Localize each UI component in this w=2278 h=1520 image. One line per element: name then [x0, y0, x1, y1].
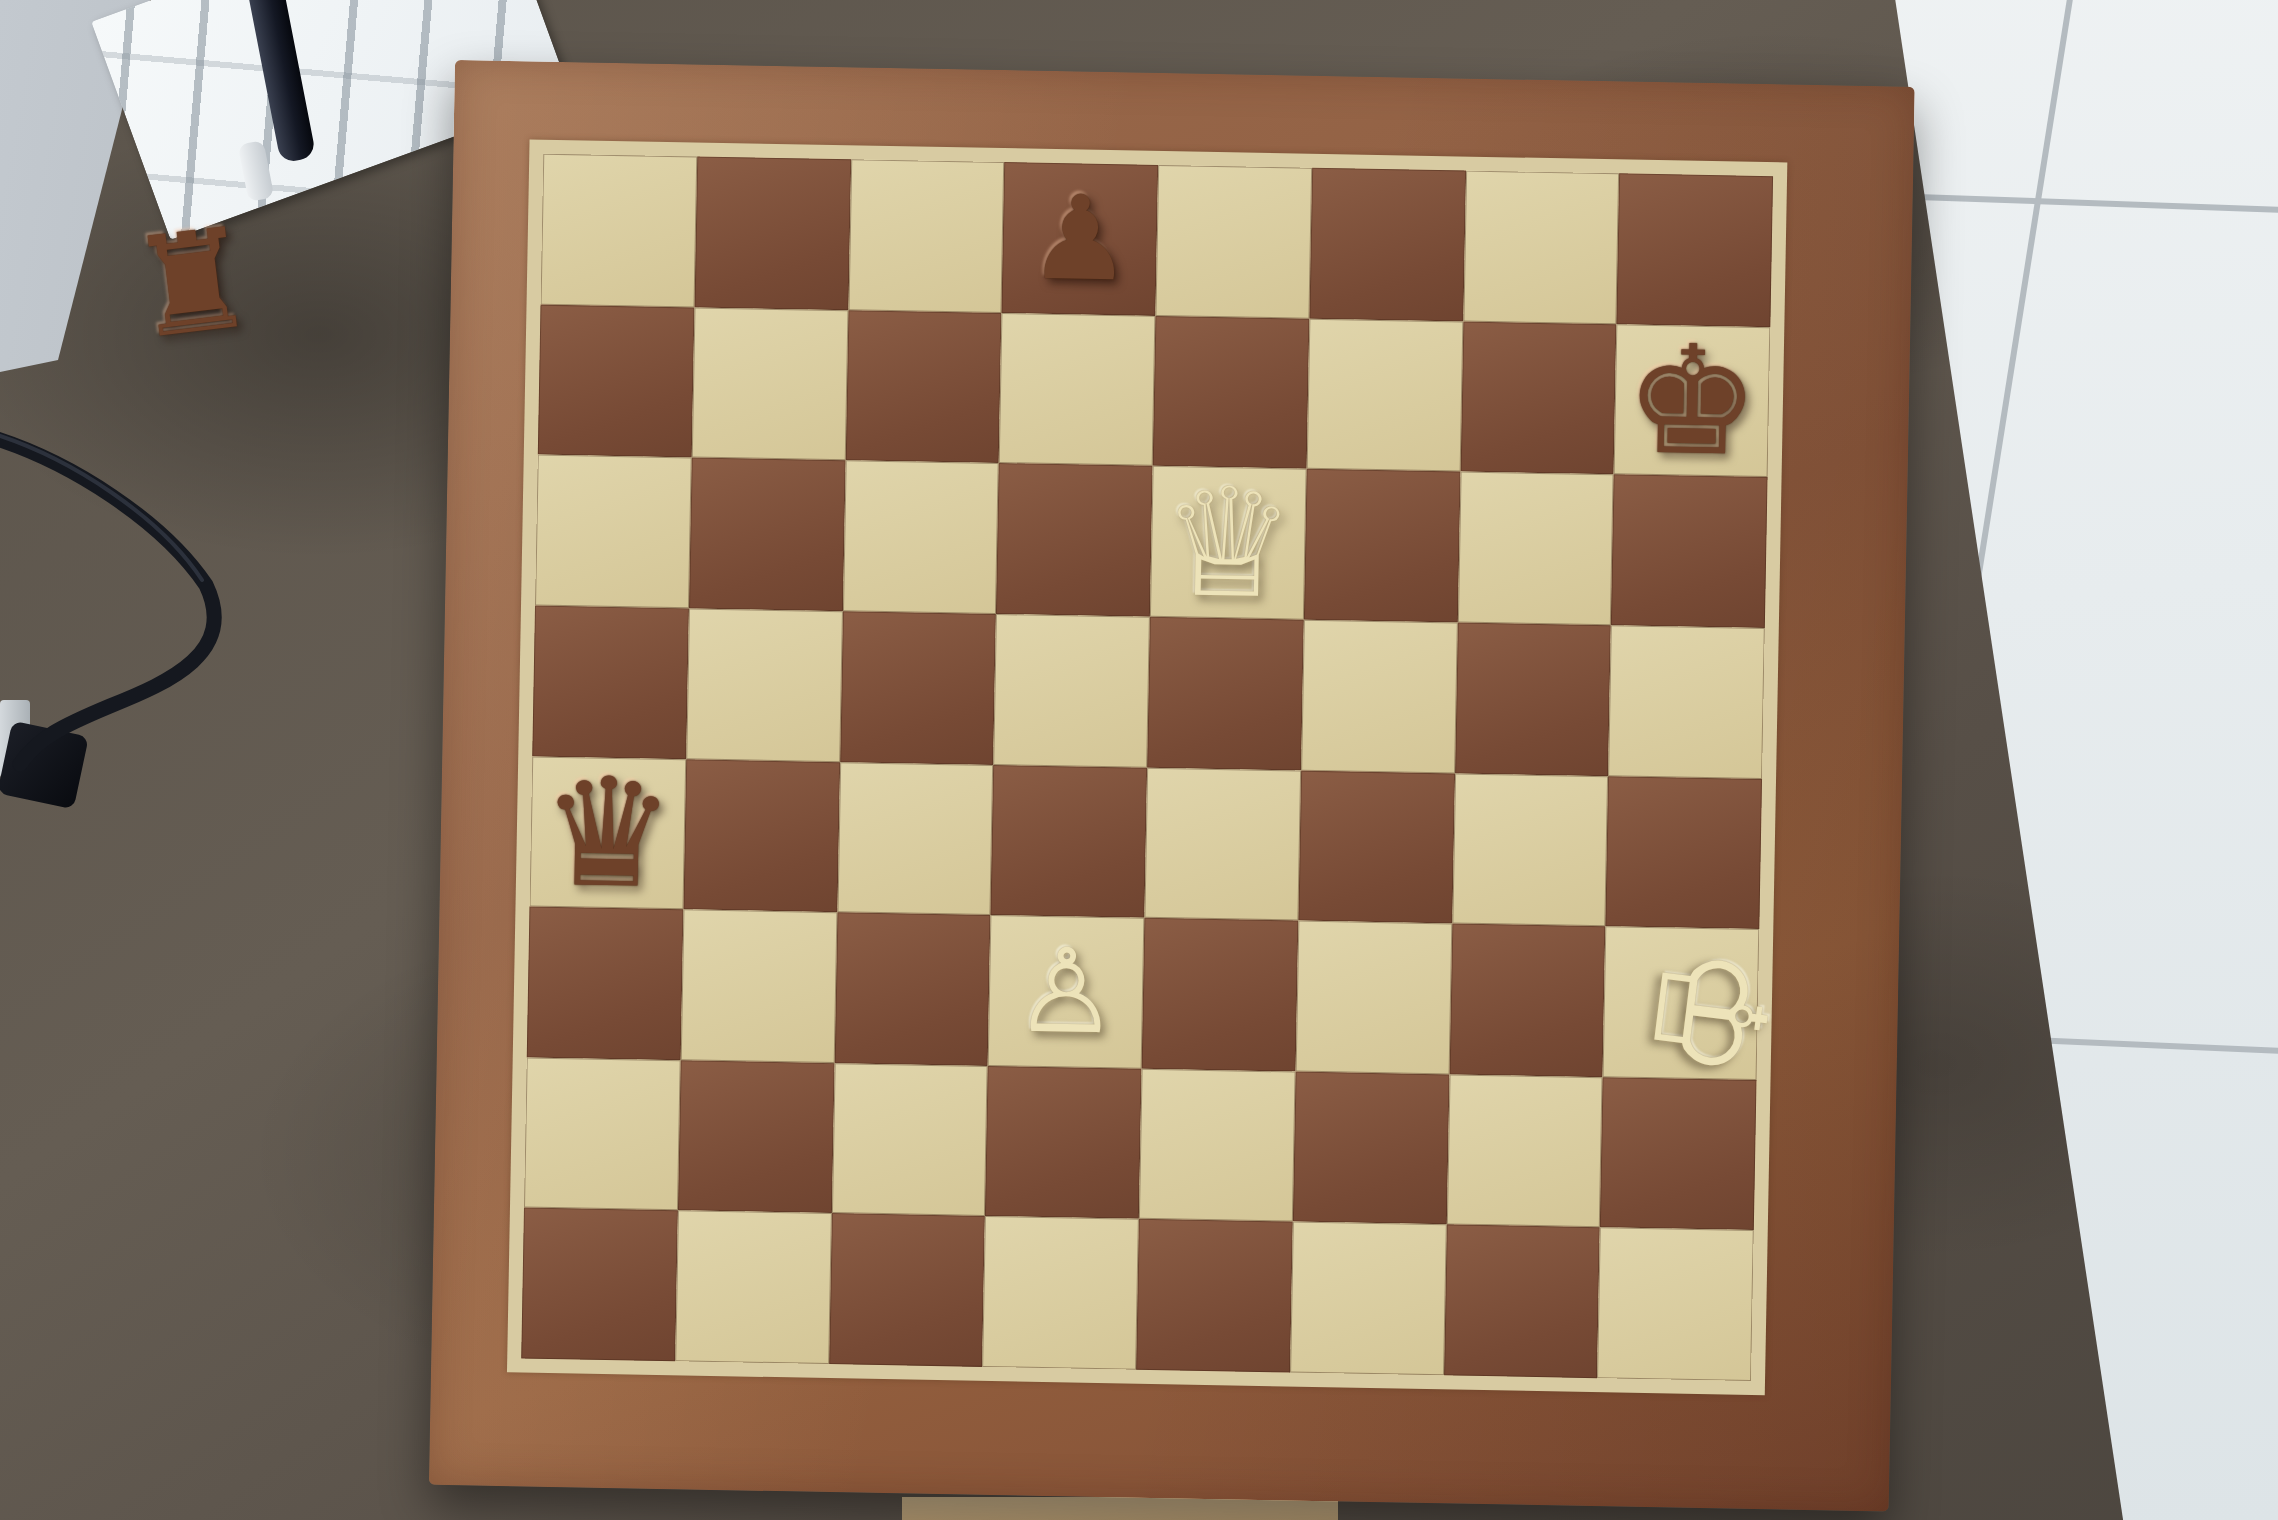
- square-b8: [694, 156, 850, 309]
- square-h3: ♔: [1603, 926, 1759, 1079]
- square-d1: [982, 1216, 1138, 1369]
- square-d5: [993, 614, 1149, 767]
- square-e3: [1142, 918, 1298, 1071]
- piece-dark-king-h7: ♚: [1623, 324, 1760, 476]
- square-b1: [675, 1211, 831, 1364]
- square-a7: [538, 304, 694, 457]
- square-h5: [1608, 625, 1764, 778]
- square-c8: [848, 159, 1004, 312]
- square-g7: [1460, 321, 1616, 474]
- square-a5: [532, 605, 688, 758]
- chess-board-group: ♟♚♕♛♙♔ ♜: [429, 60, 1915, 1512]
- square-e5: [1147, 617, 1303, 770]
- photo-scene: ♟♚♕♛♙♔ ♜: [0, 0, 2278, 1520]
- square-d3: ♙: [988, 915, 1144, 1068]
- square-e7: [1153, 316, 1309, 469]
- square-g8: [1463, 171, 1619, 324]
- square-e1: [1136, 1219, 1292, 1372]
- square-d8: ♟: [1002, 162, 1158, 315]
- chess-board: ♟♚♕♛♙♔: [521, 154, 1773, 1381]
- square-h4: [1606, 776, 1762, 929]
- square-f8: [1309, 168, 1465, 321]
- square-c4: [837, 762, 993, 915]
- square-f3: [1295, 921, 1451, 1074]
- square-b3: [680, 909, 836, 1062]
- square-h1: [1597, 1228, 1753, 1381]
- square-f7: [1306, 318, 1462, 471]
- square-f1: [1290, 1222, 1446, 1375]
- piece-dark-queen-a4: ♛: [539, 757, 676, 909]
- square-a3: [527, 907, 683, 1060]
- square-c2: [831, 1063, 987, 1216]
- table-pedestal: [902, 1497, 1338, 1520]
- square-b5: [686, 608, 842, 761]
- square-b7: [692, 307, 848, 460]
- square-e8: [1155, 165, 1311, 318]
- square-h8: [1617, 173, 1773, 326]
- piece-white-king-h3: ♔: [1627, 937, 1792, 1089]
- square-g2: [1446, 1074, 1602, 1227]
- square-d4: [991, 764, 1147, 917]
- square-b4: [683, 759, 839, 912]
- square-d6: [996, 463, 1152, 616]
- square-a8: [541, 154, 697, 307]
- square-h2: [1600, 1077, 1756, 1230]
- square-f4: [1298, 770, 1454, 923]
- square-g3: [1449, 924, 1605, 1077]
- square-g6: [1457, 472, 1613, 625]
- square-e4: [1144, 767, 1300, 920]
- piece-white-pawn-d3: ♙: [1013, 933, 1119, 1051]
- square-a4: ♛: [529, 756, 685, 909]
- square-d2: [985, 1066, 1141, 1219]
- square-c6: [842, 460, 998, 613]
- square-c3: [834, 912, 990, 1065]
- square-c1: [829, 1213, 985, 1366]
- square-c5: [840, 611, 996, 764]
- square-a2: [524, 1057, 680, 1210]
- piece-dark-rook-offboard: ♜: [123, 208, 263, 360]
- square-a6: [535, 455, 691, 608]
- square-b6: [689, 458, 845, 611]
- square-d7: [999, 313, 1155, 466]
- square-e2: [1139, 1069, 1295, 1222]
- square-h7: ♚: [1614, 324, 1770, 477]
- square-f6: [1304, 469, 1460, 622]
- square-g4: [1452, 773, 1608, 926]
- square-g5: [1455, 622, 1611, 775]
- square-c7: [845, 310, 1001, 463]
- cable-plug: [0, 721, 89, 810]
- square-f2: [1293, 1071, 1449, 1224]
- square-b2: [678, 1060, 834, 1213]
- square-e6: ♕: [1150, 466, 1306, 619]
- square-g1: [1444, 1225, 1600, 1378]
- square-h6: [1611, 475, 1767, 628]
- piece-dark-pawn-d8: ♟: [1027, 180, 1133, 298]
- square-a1: [521, 1208, 677, 1361]
- square-f5: [1301, 620, 1457, 773]
- piece-white-queen-e6: ♕: [1160, 467, 1297, 619]
